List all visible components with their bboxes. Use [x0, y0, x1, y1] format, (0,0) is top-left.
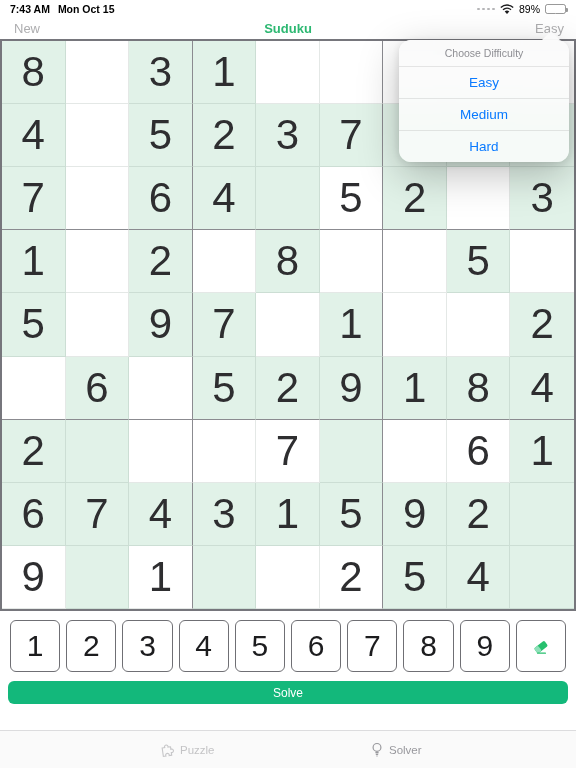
sudoku-cell-r5c9[interactable]: 2: [510, 293, 574, 356]
sudoku-cell-r7c2[interactable]: [66, 420, 130, 483]
tab-puzzle[interactable]: Puzzle: [160, 731, 215, 768]
sudoku-cell-r8c4[interactable]: 3: [193, 483, 257, 546]
cellular-dots-icon: [477, 8, 495, 11]
sudoku-cell-r3c2[interactable]: [66, 167, 130, 230]
popover-arrow: [542, 31, 560, 40]
sudoku-cell-r3c5[interactable]: [256, 167, 320, 230]
sudoku-cell-r6c8[interactable]: 8: [447, 357, 511, 420]
sudoku-cell-r9c1[interactable]: 9: [2, 546, 66, 609]
sudoku-cell-r9c7[interactable]: 5: [383, 546, 447, 609]
sudoku-cell-r9c4[interactable]: [193, 546, 257, 609]
sudoku-cell-r4c6[interactable]: [320, 230, 384, 293]
sudoku-cell-r6c1[interactable]: [2, 357, 66, 420]
wifi-icon: [500, 4, 514, 15]
sudoku-cell-r3c6[interactable]: 5: [320, 167, 384, 230]
sudoku-cell-r7c7[interactable]: [383, 420, 447, 483]
sudoku-cell-r8c7[interactable]: 9: [383, 483, 447, 546]
sudoku-cell-r2c5[interactable]: 3: [256, 104, 320, 167]
sudoku-cell-r9c6[interactable]: 2: [320, 546, 384, 609]
sudoku-cell-r2c4[interactable]: 2: [193, 104, 257, 167]
sudoku-cell-r1c2[interactable]: [66, 41, 130, 104]
numpad-key-2[interactable]: 2: [66, 620, 116, 672]
solve-button[interactable]: Solve: [8, 681, 568, 704]
tab-puzzle-label: Puzzle: [180, 744, 215, 756]
numpad-key-1[interactable]: 1: [10, 620, 60, 672]
sudoku-cell-r4c9[interactable]: [510, 230, 574, 293]
sudoku-cell-r5c1[interactable]: 5: [2, 293, 66, 356]
eraser-icon: [531, 637, 550, 656]
lightbulb-icon: [370, 742, 384, 757]
battery-percent: 89%: [519, 3, 540, 15]
difficulty-option-medium[interactable]: Medium: [399, 99, 569, 131]
sudoku-cell-r3c8[interactable]: [447, 167, 511, 230]
numpad-key-7[interactable]: 7: [347, 620, 397, 672]
sudoku-cell-r2c3[interactable]: 5: [129, 104, 193, 167]
difficulty-popover: Choose Difficulty Easy Medium Hard: [399, 40, 569, 162]
sudoku-cell-r8c2[interactable]: 7: [66, 483, 130, 546]
sudoku-cell-r7c1[interactable]: 2: [2, 420, 66, 483]
sudoku-cell-r1c3[interactable]: 3: [129, 41, 193, 104]
numpad-key-8[interactable]: 8: [403, 620, 453, 672]
sudoku-cell-r6c9[interactable]: 4: [510, 357, 574, 420]
sudoku-cell-r7c8[interactable]: 6: [447, 420, 511, 483]
difficulty-option-easy[interactable]: Easy: [399, 67, 569, 99]
sudoku-cell-r4c3[interactable]: 2: [129, 230, 193, 293]
sudoku-cell-r5c8[interactable]: [447, 293, 511, 356]
sudoku-cell-r3c9[interactable]: 3: [510, 167, 574, 230]
sudoku-cell-r3c7[interactable]: 2: [383, 167, 447, 230]
sudoku-cell-r9c9[interactable]: [510, 546, 574, 609]
numpad-key-4[interactable]: 4: [179, 620, 229, 672]
puzzle-icon: [159, 741, 176, 758]
sudoku-cell-r7c6[interactable]: [320, 420, 384, 483]
sudoku-cell-r6c4[interactable]: 5: [193, 357, 257, 420]
app-title: Suduku: [0, 21, 576, 36]
sudoku-cell-r9c5[interactable]: [256, 546, 320, 609]
popover-title: Choose Difficulty: [399, 40, 569, 67]
sudoku-cell-r6c5[interactable]: 2: [256, 357, 320, 420]
sudoku-cell-r8c6[interactable]: 5: [320, 483, 384, 546]
sudoku-cell-r8c3[interactable]: 4: [129, 483, 193, 546]
eraser-button[interactable]: [516, 620, 566, 672]
sudoku-cell-r8c1[interactable]: 6: [2, 483, 66, 546]
numpad-key-5[interactable]: 5: [235, 620, 285, 672]
status-time: 7:43 AM: [10, 3, 50, 15]
tab-bar: Puzzle Solver: [0, 730, 576, 768]
sudoku-cell-r2c2[interactable]: [66, 104, 130, 167]
sudoku-cell-r9c8[interactable]: 4: [447, 546, 511, 609]
sudoku-cell-r5c7[interactable]: [383, 293, 447, 356]
tab-solver[interactable]: Solver: [370, 731, 422, 768]
sudoku-cell-r1c1[interactable]: 8: [2, 41, 66, 104]
sudoku-cell-r5c6[interactable]: 1: [320, 293, 384, 356]
difficulty-option-hard[interactable]: Hard: [399, 131, 569, 162]
sudoku-cell-r4c8[interactable]: 5: [447, 230, 511, 293]
sudoku-cell-r7c5[interactable]: 7: [256, 420, 320, 483]
sudoku-cell-r9c2[interactable]: [66, 546, 130, 609]
sudoku-cell-r3c4[interactable]: 4: [193, 167, 257, 230]
sudoku-cell-r1c5[interactable]: [256, 41, 320, 104]
sudoku-cell-r2c6[interactable]: 7: [320, 104, 384, 167]
sudoku-cell-r4c7[interactable]: [383, 230, 447, 293]
sudoku-cell-r4c5[interactable]: 8: [256, 230, 320, 293]
sudoku-cell-r4c1[interactable]: 1: [2, 230, 66, 293]
sudoku-cell-r8c8[interactable]: 2: [447, 483, 511, 546]
sudoku-cell-r6c6[interactable]: 9: [320, 357, 384, 420]
numpad-key-9[interactable]: 9: [460, 620, 510, 672]
sudoku-cell-r5c5[interactable]: [256, 293, 320, 356]
sudoku-cell-r5c3[interactable]: 9: [129, 293, 193, 356]
nav-bar: New Suduku Easy: [0, 18, 576, 39]
numpad: 123456789: [0, 620, 576, 672]
sudoku-cell-r3c1[interactable]: 7: [2, 167, 66, 230]
sudoku-cell-r4c2[interactable]: [66, 230, 130, 293]
sudoku-cell-r8c5[interactable]: 1: [256, 483, 320, 546]
sudoku-cell-r6c7[interactable]: 1: [383, 357, 447, 420]
sudoku-cell-r4c4[interactable]: [193, 230, 257, 293]
sudoku-cell-r7c9[interactable]: 1: [510, 420, 574, 483]
sudoku-app-screen: 7:43 AM Mon Oct 15 89% New Suduku Easy 8…: [0, 0, 576, 768]
sudoku-cell-r7c4[interactable]: [193, 420, 257, 483]
sudoku-cell-r1c4[interactable]: 1: [193, 41, 257, 104]
sudoku-cell-r1c6[interactable]: [320, 41, 384, 104]
sudoku-cell-r3c3[interactable]: 6: [129, 167, 193, 230]
sudoku-cell-r6c3[interactable]: [129, 357, 193, 420]
tab-solver-label: Solver: [389, 744, 422, 756]
numpad-key-3[interactable]: 3: [122, 620, 172, 672]
sudoku-cell-r5c2[interactable]: [66, 293, 130, 356]
sudoku-cell-r6c2[interactable]: 6: [66, 357, 130, 420]
numpad-key-6[interactable]: 6: [291, 620, 341, 672]
sudoku-cell-r9c3[interactable]: 1: [129, 546, 193, 609]
status-date: Mon Oct 15: [58, 3, 115, 15]
sudoku-cell-r2c1[interactable]: 4: [2, 104, 66, 167]
sudoku-cell-r5c4[interactable]: 7: [193, 293, 257, 356]
battery-charging-icon: [545, 4, 566, 14]
status-bar: 7:43 AM Mon Oct 15 89%: [0, 0, 576, 18]
sudoku-cell-r8c9[interactable]: [510, 483, 574, 546]
sudoku-cell-r7c3[interactable]: [129, 420, 193, 483]
